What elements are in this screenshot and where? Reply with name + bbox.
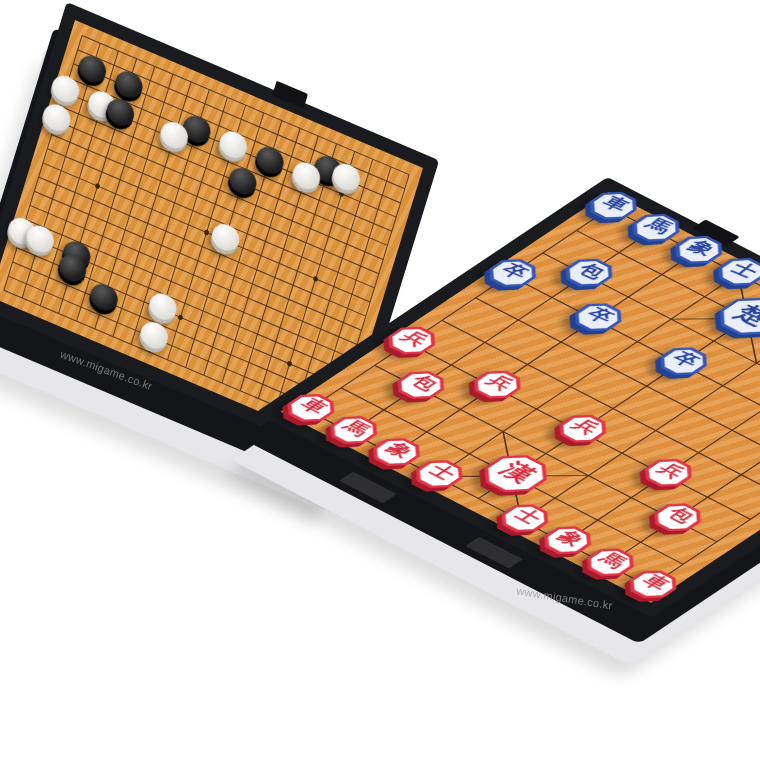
go-clasp-tab [272, 81, 308, 109]
product-photo: MYUNGIN 車馬象士楚包卒卒卒兵兵兵兵包包漢車馬象士士象馬車 www.mig… [0, 0, 760, 760]
